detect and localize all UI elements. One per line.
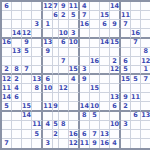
cell-r5c10[interactable] <box>90 39 100 48</box>
cell-r10c7[interactable]: 12 <box>59 84 69 93</box>
cell-r7c5[interactable] <box>43 57 53 66</box>
cell-r12c12[interactable]: 6 <box>110 102 121 111</box>
cell-r10c4[interactable]: 8 <box>32 84 43 93</box>
cell-r3c9[interactable]: 16 <box>80 20 90 29</box>
cell-r8c14[interactable] <box>131 66 141 75</box>
cell-r12c13[interactable]: 2 <box>121 102 131 111</box>
cell-r12c1[interactable]: 5 <box>2 102 12 111</box>
cell-r12c5[interactable]: 11 <box>43 102 53 111</box>
cell-r14c1[interactable] <box>2 121 12 130</box>
cell-r8c15[interactable]: 1 <box>141 66 150 75</box>
cell-r6c8[interactable] <box>69 48 80 57</box>
cell-r15c2[interactable] <box>12 130 22 139</box>
cell-r1c7[interactable]: 9 <box>59 2 69 11</box>
cell-r3c12[interactable]: 9 <box>110 20 121 29</box>
cell-r8c11[interactable] <box>100 66 110 75</box>
cell-r16c13[interactable] <box>121 139 131 148</box>
cell-r9c10[interactable] <box>90 75 100 84</box>
cell-r14c10[interactable] <box>90 121 100 130</box>
cell-r11c12[interactable]: 13 <box>110 93 121 102</box>
cell-r2c7[interactable]: 2 <box>59 11 69 20</box>
cell-r12c11[interactable] <box>100 102 110 111</box>
cell-r6c1[interactable] <box>2 48 12 57</box>
cell-r14c14[interactable] <box>131 121 141 130</box>
cell-r16c3[interactable] <box>22 139 32 148</box>
cell-r3c13[interactable]: 7 <box>121 20 131 29</box>
cell-r5c13[interactable] <box>121 39 131 48</box>
cell-r13c12[interactable] <box>110 112 121 121</box>
cell-r14c4[interactable]: 11 <box>32 121 43 130</box>
cell-r15c9[interactable]: 6 <box>80 130 90 139</box>
cell-r15c8[interactable]: 16 <box>69 130 80 139</box>
cell-r15c4[interactable]: 5 <box>32 130 43 139</box>
cell-r6c7[interactable] <box>59 48 69 57</box>
cell-r11c14[interactable]: 11 <box>131 93 141 102</box>
cell-r3c1[interactable] <box>2 20 12 29</box>
cell-r8c5[interactable] <box>43 66 53 75</box>
cell-r8c9[interactable]: 3 <box>80 66 90 75</box>
cell-r14c9[interactable] <box>80 121 90 130</box>
cell-r4c8[interactable]: 3 <box>69 29 80 38</box>
cell-r7c4[interactable] <box>32 57 43 66</box>
cell-r1c5[interactable]: 12 <box>43 2 53 11</box>
cell-r5c12[interactable]: 15 <box>110 39 121 48</box>
cell-r9c4[interactable]: 13 <box>32 75 43 84</box>
cell-r2c10[interactable] <box>90 11 100 20</box>
cell-r2c12[interactable] <box>110 11 121 20</box>
cell-r14c3[interactable] <box>22 121 32 130</box>
cell-r3c3[interactable] <box>22 20 32 29</box>
cell-r11c15[interactable] <box>141 93 150 102</box>
cell-r1c12[interactable]: 14 <box>110 2 121 11</box>
cell-r10c12[interactable] <box>110 84 121 93</box>
cell-r13c1[interactable] <box>2 112 12 121</box>
cell-r8c2[interactable]: 8 <box>12 66 22 75</box>
cell-r4c10[interactable] <box>90 29 100 38</box>
cell-r10c15[interactable] <box>141 84 150 93</box>
cell-r3c7[interactable] <box>59 20 69 29</box>
cell-r16c10[interactable]: 9 <box>90 139 100 148</box>
cell-r1c14[interactable] <box>131 2 141 11</box>
cell-r15c15[interactable] <box>141 130 150 139</box>
cell-r12c2[interactable] <box>12 102 22 111</box>
cell-r15c10[interactable]: 7 <box>90 130 100 139</box>
cell-r2c3[interactable] <box>22 11 32 20</box>
cell-r13c10[interactable]: 5 <box>90 112 100 121</box>
cell-r4c15[interactable] <box>141 29 150 38</box>
cell-r3c2[interactable] <box>12 20 22 29</box>
cell-r4c12[interactable] <box>110 29 121 38</box>
cell-r2c8[interactable]: 5 <box>69 11 80 20</box>
cell-r5c15[interactable] <box>141 39 150 48</box>
cell-r2c14[interactable] <box>131 11 141 20</box>
cell-r5c14[interactable]: 7 <box>131 39 141 48</box>
cell-r10c1[interactable]: 11 <box>2 84 12 93</box>
cell-r5c9[interactable] <box>80 39 90 48</box>
cell-r16c2[interactable] <box>12 139 22 148</box>
cell-r6c4[interactable] <box>32 48 43 57</box>
cell-r11c9[interactable] <box>80 93 90 102</box>
cell-r16c11[interactable]: 16 <box>100 139 110 148</box>
cell-r15c7[interactable] <box>59 130 69 139</box>
cell-r14c8[interactable] <box>69 121 80 130</box>
cell-r8c3[interactable]: 7 <box>22 66 32 75</box>
cell-r16c1[interactable]: 7 <box>2 139 12 148</box>
cell-r10c13[interactable] <box>121 84 131 93</box>
cell-r5c11[interactable]: 14 <box>100 39 110 48</box>
cell-r8c13[interactable]: 5 <box>121 66 131 75</box>
cell-r13c11[interactable] <box>100 112 110 121</box>
cell-r1c13[interactable] <box>121 2 131 11</box>
cell-r8c10[interactable] <box>90 66 100 75</box>
cell-r6c3[interactable]: 5 <box>22 48 32 57</box>
cell-r4c9[interactable] <box>80 29 90 38</box>
cell-r12c8[interactable] <box>69 102 80 111</box>
cell-r12c3[interactable]: 15 <box>22 102 32 111</box>
cell-r13c7[interactable] <box>59 112 69 121</box>
cell-r14c15[interactable] <box>141 121 150 130</box>
cell-r11c3[interactable] <box>22 93 32 102</box>
cell-r15c1[interactable] <box>2 130 12 139</box>
cell-r11c4[interactable] <box>32 93 43 102</box>
cell-r3c8[interactable] <box>69 20 80 29</box>
cell-r16c15[interactable] <box>141 139 150 148</box>
cell-r4c11[interactable] <box>100 29 110 38</box>
cell-r2c15[interactable] <box>141 11 150 20</box>
cell-r9c14[interactable]: 5 <box>131 75 141 84</box>
cell-r11c13[interactable]: 9 <box>121 93 131 102</box>
cell-r8c1[interactable]: 2 <box>2 66 12 75</box>
cell-r10c2[interactable]: 4 <box>12 84 22 93</box>
cell-r3c5[interactable]: 1 <box>43 20 53 29</box>
cell-r10c11[interactable] <box>100 84 110 93</box>
cell-r2c5[interactable] <box>43 11 53 20</box>
cell-r14c12[interactable]: 10 <box>110 121 121 130</box>
cell-r13c9[interactable]: 8 <box>80 112 90 121</box>
cell-r11c8[interactable] <box>69 93 80 102</box>
cell-r2c1[interactable] <box>2 11 12 20</box>
cell-r5c8[interactable]: 10 <box>69 39 80 48</box>
cell-r4c5[interactable] <box>43 29 53 38</box>
cell-r1c8[interactable]: 11 <box>69 2 80 11</box>
cell-r12c4[interactable] <box>32 102 43 111</box>
cell-r4c4[interactable] <box>32 29 43 38</box>
cell-r9c13[interactable]: 15 <box>121 75 131 84</box>
cell-r9c2[interactable]: 2 <box>12 75 22 84</box>
cell-r7c7[interactable]: 7 <box>59 57 69 66</box>
cell-r11c2[interactable]: 6 <box>12 93 22 102</box>
cell-r8c7[interactable] <box>59 66 69 75</box>
cell-r3c15[interactable] <box>141 20 150 29</box>
cell-r11c7[interactable] <box>59 93 69 102</box>
cell-r4c3[interactable]: 12 <box>22 29 32 38</box>
cell-r13c3[interactable]: 14 <box>22 112 32 121</box>
cell-r9c1[interactable]: 12 <box>2 75 12 84</box>
cell-r15c14[interactable] <box>131 130 141 139</box>
cell-r13c13[interactable] <box>121 112 131 121</box>
cell-r9c8[interactable]: 4 <box>69 75 80 84</box>
cell-r6c10[interactable] <box>90 48 100 57</box>
cell-r10c10[interactable]: 15 <box>90 84 100 93</box>
cell-r15c3[interactable] <box>22 130 32 139</box>
cell-r16c14[interactable] <box>131 139 141 148</box>
cell-r1c11[interactable] <box>100 2 110 11</box>
cell-r16c9[interactable]: 11 <box>80 139 90 148</box>
cell-r10c14[interactable] <box>131 84 141 93</box>
cell-r1c10[interactable] <box>90 2 100 11</box>
cell-r12c15[interactable] <box>141 102 150 111</box>
cell-r3c4[interactable]: 3 <box>32 20 43 29</box>
cell-r1c2[interactable] <box>12 2 22 11</box>
cell-r15c11[interactable]: 13 <box>100 130 110 139</box>
cell-r7c11[interactable] <box>100 57 110 66</box>
cell-r12c10[interactable]: 10 <box>90 102 100 111</box>
cell-r5c4[interactable] <box>32 39 43 48</box>
cell-r8c8[interactable]: 15 <box>69 66 80 75</box>
cell-r9c9[interactable]: 9 <box>80 75 90 84</box>
cell-r2c2[interactable] <box>12 11 22 20</box>
cell-r13c14[interactable]: 6 <box>131 112 141 121</box>
cell-r6c14[interactable] <box>131 48 141 57</box>
cell-r5c5[interactable]: 13 <box>43 39 53 48</box>
cell-r13c8[interactable] <box>69 112 80 121</box>
cell-r6c12[interactable] <box>110 48 121 57</box>
cell-r16c12[interactable]: 4 <box>110 139 121 148</box>
cell-r11c1[interactable]: 14 <box>2 93 12 102</box>
cell-r1c15[interactable] <box>141 2 150 11</box>
cell-r11c10[interactable] <box>90 93 100 102</box>
cell-r14c13[interactable]: 3 <box>121 121 131 130</box>
cell-r2c4[interactable] <box>32 11 43 20</box>
cell-r10c3[interactable] <box>22 84 32 93</box>
cell-r3c14[interactable] <box>131 20 141 29</box>
cell-r14c5[interactable]: 4 <box>43 121 53 130</box>
cell-r4c2[interactable]: 14 <box>12 29 22 38</box>
cell-r1c4[interactable] <box>32 2 43 11</box>
cell-r16c5[interactable]: 3 <box>43 139 53 148</box>
sudoku-board: 6127911414562571511311669714121031616913… <box>0 0 150 150</box>
cell-r1c3[interactable] <box>22 2 32 11</box>
cell-r6c2[interactable]: 13 <box>12 48 22 57</box>
cell-r16c8[interactable]: 12 <box>69 139 80 148</box>
cell-r9c3[interactable] <box>22 75 32 84</box>
cell-r12c7[interactable] <box>59 102 69 111</box>
cell-r2c13[interactable]: 11 <box>121 11 131 20</box>
cell-r12c14[interactable] <box>131 102 141 111</box>
cell-r4c1[interactable] <box>2 29 12 38</box>
cell-r15c5[interactable] <box>43 130 53 139</box>
cell-r5c1[interactable]: 16 <box>2 39 12 48</box>
cell-r13c4[interactable] <box>32 112 43 121</box>
cell-r13c2[interactable] <box>12 112 22 121</box>
cell-r8c12[interactable]: 12 <box>110 66 121 75</box>
cell-r4c7[interactable]: 10 <box>59 29 69 38</box>
cell-r14c7[interactable]: 8 <box>59 121 69 130</box>
cell-r3c11[interactable]: 6 <box>100 20 110 29</box>
cell-r2c9[interactable]: 7 <box>80 11 90 20</box>
cell-r15c12[interactable] <box>110 130 121 139</box>
cell-r16c4[interactable] <box>32 139 43 148</box>
cell-r15c13[interactable] <box>121 130 131 139</box>
cell-r16c7[interactable] <box>59 139 69 148</box>
cell-r13c5[interactable] <box>43 112 53 121</box>
cell-r5c7[interactable]: 6 <box>59 39 69 48</box>
cell-r14c2[interactable] <box>12 121 22 130</box>
cell-r6c9[interactable] <box>80 48 90 57</box>
cell-r9c7[interactable] <box>59 75 69 84</box>
cell-r6c5[interactable]: 9 <box>43 48 53 57</box>
cell-r5c2[interactable] <box>12 39 22 48</box>
cell-r11c11[interactable] <box>100 93 110 102</box>
cell-r5c3[interactable]: 9 <box>22 39 32 48</box>
cell-r9c12[interactable] <box>110 75 121 84</box>
cell-r12c9[interactable]: 14 <box>80 102 90 111</box>
cell-r10c8[interactable] <box>69 84 80 93</box>
cell-r6c11[interactable] <box>100 48 110 57</box>
cell-r9c15[interactable]: 7 <box>141 75 150 84</box>
cell-r3c10[interactable] <box>90 20 100 29</box>
cell-r11c5[interactable] <box>43 93 53 102</box>
cell-r4c13[interactable] <box>121 29 131 38</box>
cell-r14c11[interactable] <box>100 121 110 130</box>
cell-r9c5[interactable]: 6 <box>43 75 53 84</box>
cell-r1c9[interactable]: 4 <box>80 2 90 11</box>
cell-r4c14[interactable]: 16 <box>131 29 141 38</box>
cell-r1c1[interactable]: 6 <box>2 2 12 11</box>
cell-r10c5[interactable]: 10 <box>43 84 53 93</box>
cell-r13c15[interactable]: 13 <box>141 112 150 121</box>
cell-r9c11[interactable] <box>100 75 110 84</box>
cell-r8c4[interactable] <box>32 66 43 75</box>
cell-r2c11[interactable]: 15 <box>100 11 110 20</box>
cell-r10c9[interactable] <box>80 84 90 93</box>
cell-r6c13[interactable] <box>121 48 131 57</box>
cell-r7c14[interactable] <box>131 57 141 66</box>
cell-r7c10[interactable]: 16 <box>90 57 100 66</box>
cell-r6c15[interactable]: 8 <box>141 48 150 57</box>
